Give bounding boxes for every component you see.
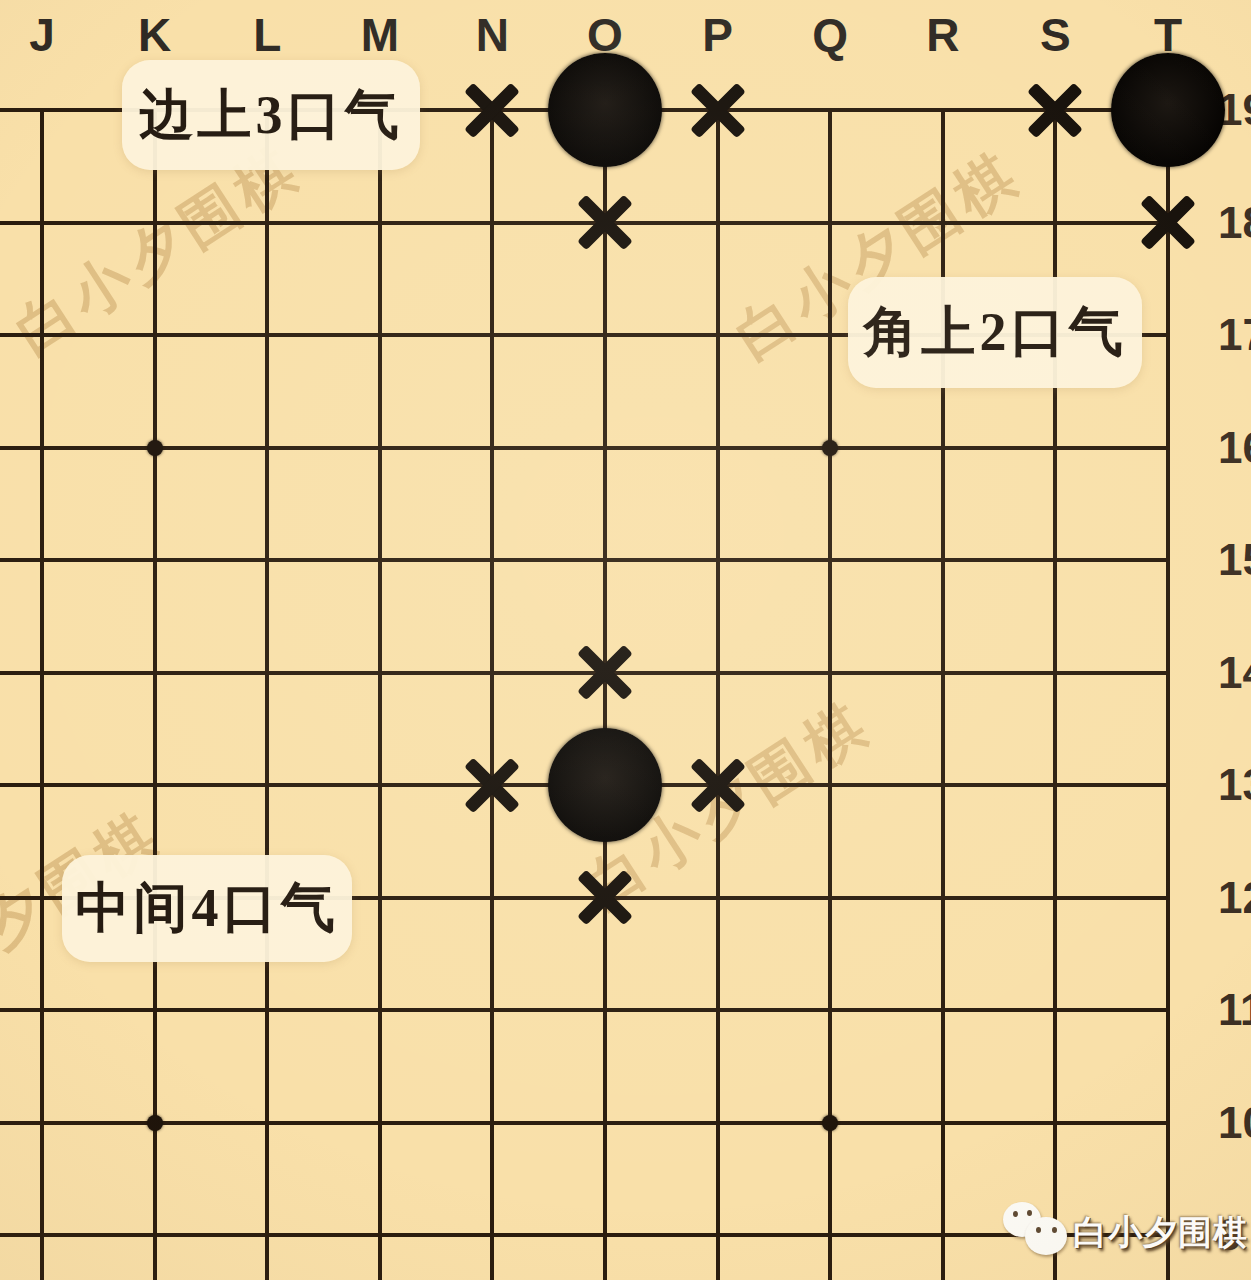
column-label: Q bbox=[812, 8, 848, 62]
liberty-x-mark bbox=[687, 79, 749, 141]
logo-text: 白小夕围棋 bbox=[1073, 1210, 1248, 1256]
board-intersection bbox=[774, 729, 887, 842]
column-label: J bbox=[29, 8, 55, 62]
board-intersection bbox=[661, 166, 774, 279]
board-intersection bbox=[886, 616, 999, 729]
board-intersection bbox=[436, 1066, 549, 1179]
board-intersection bbox=[98, 1179, 211, 1280]
column-label: K bbox=[138, 8, 171, 62]
logo-eye-icon bbox=[1036, 1227, 1041, 1233]
board-intersection bbox=[661, 279, 774, 392]
label-edge-text: 边上3口气 bbox=[140, 79, 403, 152]
liberty-x-mark bbox=[461, 754, 523, 816]
board-intersection bbox=[436, 504, 549, 617]
board-intersection bbox=[549, 279, 662, 392]
board-intersection bbox=[0, 1179, 98, 1280]
liberty-x-mark bbox=[1024, 79, 1086, 141]
channel-logo: 白小夕围棋 bbox=[993, 1196, 1233, 1264]
board-intersection bbox=[0, 729, 98, 842]
liberty-x-mark bbox=[461, 79, 523, 141]
board-intersection bbox=[886, 954, 999, 1067]
board-intersection bbox=[549, 391, 662, 504]
liberty-x-mark bbox=[574, 867, 636, 929]
label-edge-liberties: 边上3口气 bbox=[122, 60, 420, 170]
go-board-diagram: 白小夕围棋 白小夕围棋 白小夕围棋 白小夕围棋 JKLMNOPQRST19181… bbox=[0, 0, 1251, 1280]
board-intersection bbox=[98, 616, 211, 729]
board-intersection bbox=[436, 616, 549, 729]
board-intersection bbox=[211, 729, 324, 842]
board-intersection bbox=[886, 841, 999, 954]
label-corner-text: 角上2口气 bbox=[864, 296, 1127, 369]
board-intersection bbox=[774, 841, 887, 954]
board-intersection bbox=[661, 1066, 774, 1179]
logo-face-icon bbox=[1025, 1217, 1067, 1255]
board-intersection bbox=[323, 616, 436, 729]
column-label: M bbox=[361, 8, 399, 62]
column-label: L bbox=[253, 8, 281, 62]
board-intersection bbox=[999, 954, 1112, 1067]
star-point bbox=[822, 1115, 838, 1131]
board-intersection bbox=[549, 1179, 662, 1280]
board-intersection bbox=[774, 616, 887, 729]
row-label: 17 bbox=[1218, 310, 1251, 360]
board-intersection bbox=[774, 166, 887, 279]
board-intersection bbox=[774, 504, 887, 617]
board-intersection bbox=[436, 1179, 549, 1280]
board-intersection bbox=[549, 504, 662, 617]
board-intersection bbox=[661, 1179, 774, 1280]
liberty-x-mark bbox=[574, 642, 636, 704]
board-intersection bbox=[98, 954, 211, 1067]
board-intersection bbox=[1112, 616, 1225, 729]
logo-eye-icon bbox=[1027, 1210, 1032, 1216]
board-intersection bbox=[886, 391, 999, 504]
board-intersection bbox=[886, 504, 999, 617]
board-intersection bbox=[549, 1066, 662, 1179]
row-label: 15 bbox=[1218, 535, 1251, 585]
board-intersection bbox=[774, 1179, 887, 1280]
black-stone bbox=[1111, 53, 1225, 167]
liberty-x-mark bbox=[1137, 192, 1199, 254]
board-intersection bbox=[549, 954, 662, 1067]
star-point bbox=[147, 440, 163, 456]
board-intersection bbox=[323, 1066, 436, 1179]
board-intersection bbox=[661, 841, 774, 954]
column-label: S bbox=[1040, 8, 1071, 62]
column-label: N bbox=[476, 8, 509, 62]
board-intersection bbox=[999, 729, 1112, 842]
board-intersection bbox=[999, 1066, 1112, 1179]
board-intersection bbox=[886, 729, 999, 842]
row-label: 14 bbox=[1218, 648, 1251, 698]
board-intersection bbox=[323, 504, 436, 617]
board-intersection bbox=[0, 504, 98, 617]
board-intersection bbox=[211, 391, 324, 504]
board-intersection bbox=[211, 616, 324, 729]
board-intersection bbox=[1112, 1066, 1225, 1179]
liberty-x-mark bbox=[574, 192, 636, 254]
board-intersection bbox=[323, 166, 436, 279]
board-intersection bbox=[661, 391, 774, 504]
label-center-text: 中间4口气 bbox=[76, 872, 339, 945]
board-intersection bbox=[211, 279, 324, 392]
board-intersection bbox=[661, 616, 774, 729]
row-label: 16 bbox=[1218, 423, 1251, 473]
board-intersection bbox=[1112, 841, 1225, 954]
board-intersection bbox=[886, 166, 999, 279]
board-intersection bbox=[211, 1179, 324, 1280]
board-intersection bbox=[999, 841, 1112, 954]
logo-eye-icon bbox=[1052, 1227, 1057, 1233]
board-intersection bbox=[323, 391, 436, 504]
board-intersection bbox=[999, 391, 1112, 504]
row-label: 10 bbox=[1218, 1098, 1251, 1148]
liberty-x-mark bbox=[687, 754, 749, 816]
label-center-liberties: 中间4口气 bbox=[62, 855, 352, 962]
board-intersection bbox=[774, 54, 887, 167]
board-intersection bbox=[886, 54, 999, 167]
board-intersection bbox=[211, 954, 324, 1067]
board-intersection bbox=[774, 954, 887, 1067]
board-intersection bbox=[0, 166, 98, 279]
board-intersection bbox=[661, 954, 774, 1067]
row-label: 11 bbox=[1218, 985, 1251, 1035]
board-intersection bbox=[0, 54, 98, 167]
board-intersection bbox=[98, 166, 211, 279]
board-intersection bbox=[436, 954, 549, 1067]
board-intersection bbox=[886, 1066, 999, 1179]
star-point bbox=[822, 440, 838, 456]
board-intersection bbox=[0, 616, 98, 729]
black-stone bbox=[548, 728, 662, 842]
board-intersection bbox=[999, 504, 1112, 617]
board-intersection bbox=[0, 954, 98, 1067]
row-label: 13 bbox=[1218, 760, 1251, 810]
row-label: 12 bbox=[1218, 873, 1251, 923]
board-intersection bbox=[98, 729, 211, 842]
black-stone bbox=[548, 53, 662, 167]
board-intersection bbox=[886, 1179, 999, 1280]
board-intersection bbox=[436, 391, 549, 504]
star-point bbox=[147, 1115, 163, 1131]
board-intersection bbox=[1112, 391, 1225, 504]
logo-eye-icon bbox=[1013, 1211, 1018, 1217]
column-label: P bbox=[702, 8, 733, 62]
board-intersection bbox=[436, 166, 549, 279]
board-intersection bbox=[323, 1179, 436, 1280]
board-intersection bbox=[0, 1066, 98, 1179]
board-intersection bbox=[1112, 954, 1225, 1067]
board-intersection bbox=[323, 279, 436, 392]
row-label: 18 bbox=[1218, 198, 1251, 248]
board-intersection bbox=[98, 279, 211, 392]
label-corner-liberties: 角上2口气 bbox=[848, 277, 1142, 388]
board-intersection bbox=[211, 1066, 324, 1179]
board-intersection bbox=[1112, 729, 1225, 842]
board-intersection bbox=[211, 166, 324, 279]
board-intersection bbox=[436, 841, 549, 954]
board-intersection bbox=[1112, 504, 1225, 617]
board-intersection bbox=[436, 279, 549, 392]
board-intersection bbox=[323, 954, 436, 1067]
board-intersection bbox=[661, 504, 774, 617]
board-intersection bbox=[98, 504, 211, 617]
board-intersection bbox=[999, 166, 1112, 279]
column-label: R bbox=[926, 8, 959, 62]
board-intersection bbox=[999, 616, 1112, 729]
board-intersection bbox=[323, 729, 436, 842]
board-intersection bbox=[0, 391, 98, 504]
board-intersection bbox=[211, 504, 324, 617]
board-intersection bbox=[0, 279, 98, 392]
